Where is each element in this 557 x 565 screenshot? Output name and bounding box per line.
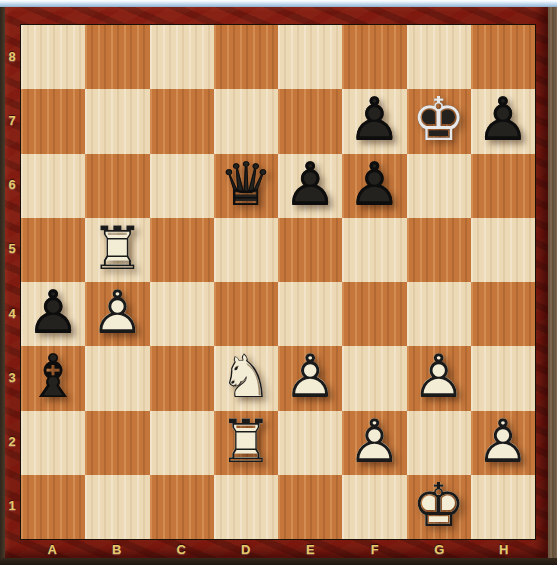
square-e1[interactable] [278, 475, 342, 539]
square-d5[interactable] [214, 218, 278, 282]
square-a8[interactable] [21, 25, 85, 89]
rank-label-7: 7 [4, 88, 20, 152]
square-g3[interactable]: ♟♙ [407, 346, 471, 410]
piece-black-pawn-e6[interactable]: ♟♙ [278, 154, 342, 218]
black-pawn-outline-icon: ♙ [283, 154, 337, 214]
square-h2[interactable]: ♟♙ [471, 411, 535, 475]
desk-background-bottom [0, 558, 557, 565]
white-pawn-outline-icon: ♙ [412, 347, 466, 407]
file-label-h: H [472, 540, 537, 558]
square-d2[interactable]: ♜♖ [214, 411, 278, 475]
square-h4[interactable] [471, 282, 535, 346]
file-label-f: F [343, 540, 408, 558]
square-d8[interactable] [214, 25, 278, 89]
square-c3[interactable] [150, 346, 214, 410]
square-b1[interactable] [85, 475, 149, 539]
white-pawn-outline-icon: ♙ [347, 411, 401, 471]
white-pawn-outline-icon: ♙ [90, 282, 144, 342]
square-g5[interactable] [407, 218, 471, 282]
rank-label-8: 8 [4, 24, 20, 88]
square-g1[interactable]: ♚♔ [407, 475, 471, 539]
piece-white-knight-d3[interactable]: ♞♘ [214, 346, 278, 410]
rank-label-2: 2 [4, 410, 20, 474]
square-g4[interactable] [407, 282, 471, 346]
piece-white-king-g1[interactable]: ♚♔ [407, 475, 471, 539]
piece-white-pawn-g3[interactable]: ♟♙ [407, 346, 471, 410]
square-f8[interactable] [342, 25, 406, 89]
square-h7[interactable]: ♟♙ [471, 89, 535, 153]
piece-black-bishop-a3[interactable]: ♝♗ [21, 346, 85, 410]
desk-background-right [548, 7, 557, 565]
piece-black-pawn-f7[interactable]: ♟♙ [342, 89, 406, 153]
white-king-outline-icon: ♔ [412, 475, 466, 535]
piece-black-pawn-h7[interactable]: ♟♙ [471, 89, 535, 153]
white-rook-outline-icon: ♖ [90, 218, 144, 278]
square-d3[interactable]: ♞♘ [214, 346, 278, 410]
square-a5[interactable] [21, 218, 85, 282]
piece-white-pawn-f2[interactable]: ♟♙ [342, 411, 406, 475]
square-a3[interactable]: ♝♗ [21, 346, 85, 410]
piece-white-rook-d2[interactable]: ♜♖ [214, 411, 278, 475]
window-edge-strip [0, 0, 557, 7]
file-label-a: A [20, 540, 85, 558]
square-a2[interactable] [21, 411, 85, 475]
file-label-e: E [278, 540, 343, 558]
rank-label-3: 3 [4, 345, 20, 409]
white-pawn-outline-icon: ♙ [476, 411, 530, 471]
square-e8[interactable] [278, 25, 342, 89]
square-b7[interactable] [85, 89, 149, 153]
square-e4[interactable] [278, 282, 342, 346]
square-b6[interactable] [85, 154, 149, 218]
square-g6[interactable] [407, 154, 471, 218]
square-d7[interactable] [214, 89, 278, 153]
file-label-g: G [407, 540, 472, 558]
square-b3[interactable] [85, 346, 149, 410]
piece-white-rook-b5[interactable]: ♜♖ [85, 218, 149, 282]
square-d4[interactable] [214, 282, 278, 346]
square-h5[interactable] [471, 218, 535, 282]
board: ♟♙♚♔♟♙♛♕♟♙♟♙♜♖♟♙♟♙♝♗♞♘♟♙♟♙♜♖♟♙♟♙♚♔ [20, 24, 536, 540]
square-h6[interactable] [471, 154, 535, 218]
square-d6[interactable]: ♛♕ [214, 154, 278, 218]
square-b8[interactable] [85, 25, 149, 89]
rank-label-6: 6 [4, 153, 20, 217]
file-label-d: D [214, 540, 279, 558]
square-f5[interactable] [342, 218, 406, 282]
square-f2[interactable]: ♟♙ [342, 411, 406, 475]
square-g2[interactable] [407, 411, 471, 475]
square-a6[interactable] [21, 154, 85, 218]
black-king-outline-icon: ♔ [412, 90, 466, 150]
square-c8[interactable] [150, 25, 214, 89]
square-e7[interactable] [278, 89, 342, 153]
piece-black-queen-d6[interactable]: ♛♕ [214, 154, 278, 218]
square-b2[interactable] [85, 411, 149, 475]
black-pawn-outline-icon: ♙ [347, 90, 401, 150]
piece-black-king-g7[interactable]: ♚♔ [407, 89, 471, 153]
piece-black-pawn-f6[interactable]: ♟♙ [342, 154, 406, 218]
square-c4[interactable] [150, 282, 214, 346]
square-b5[interactable]: ♜♖ [85, 218, 149, 282]
square-e2[interactable] [278, 411, 342, 475]
square-b4[interactable]: ♟♙ [85, 282, 149, 346]
piece-white-pawn-e3[interactable]: ♟♙ [278, 346, 342, 410]
black-bishop-outline-icon: ♗ [26, 347, 80, 407]
rank-label-1: 1 [4, 474, 20, 538]
black-pawn-outline-icon: ♙ [347, 154, 401, 214]
square-h3[interactable] [471, 346, 535, 410]
black-pawn-outline-icon: ♙ [476, 90, 530, 150]
square-f1[interactable] [342, 475, 406, 539]
file-label-b: B [85, 540, 150, 558]
square-c6[interactable] [150, 154, 214, 218]
square-f6[interactable]: ♟♙ [342, 154, 406, 218]
square-e5[interactable] [278, 218, 342, 282]
square-e3[interactable]: ♟♙ [278, 346, 342, 410]
black-pawn-outline-icon: ♙ [26, 282, 80, 342]
square-c7[interactable] [150, 89, 214, 153]
square-h8[interactable] [471, 25, 535, 89]
square-h1[interactable] [471, 475, 535, 539]
square-f3[interactable] [342, 346, 406, 410]
square-a7[interactable] [21, 89, 85, 153]
rank-label-4: 4 [4, 281, 20, 345]
square-g8[interactable] [407, 25, 471, 89]
square-c2[interactable] [150, 411, 214, 475]
square-a1[interactable] [21, 475, 85, 539]
square-c5[interactable] [150, 218, 214, 282]
file-labels: ABCDEFGH [20, 540, 536, 558]
piece-white-pawn-h2[interactable]: ♟♙ [471, 411, 535, 475]
square-f7[interactable]: ♟♙ [342, 89, 406, 153]
square-a4[interactable]: ♟♙ [21, 282, 85, 346]
piece-white-pawn-b4[interactable]: ♟♙ [85, 282, 149, 346]
chess-app-window: 87654321 ♟♙♚♔♟♙♛♕♟♙♟♙♜♖♟♙♟♙♝♗♞♘♟♙♟♙♜♖♟♙♟… [0, 0, 557, 565]
square-c1[interactable] [150, 475, 214, 539]
piece-black-pawn-a4[interactable]: ♟♙ [21, 282, 85, 346]
white-knight-outline-icon: ♘ [219, 347, 273, 407]
square-e6[interactable]: ♟♙ [278, 154, 342, 218]
rank-label-5: 5 [4, 217, 20, 281]
square-f4[interactable] [342, 282, 406, 346]
square-d1[interactable] [214, 475, 278, 539]
square-g7[interactable]: ♚♔ [407, 89, 471, 153]
black-queen-outline-icon: ♕ [219, 154, 273, 214]
file-label-c: C [149, 540, 214, 558]
white-rook-outline-icon: ♖ [219, 411, 273, 471]
rank-labels: 87654321 [4, 24, 20, 538]
white-pawn-outline-icon: ♙ [283, 347, 337, 407]
